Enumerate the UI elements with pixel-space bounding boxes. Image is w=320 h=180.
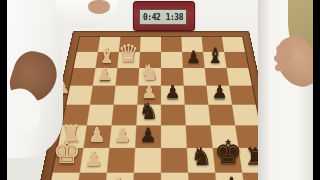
square-g3 [107,148,135,173]
square-c4 [138,68,161,86]
square-c2 [93,68,117,86]
square-h5 [161,173,189,180]
square-f4 [135,125,161,148]
square-h6 [188,173,218,180]
square-a1 [77,37,100,52]
square-e4 [136,105,161,126]
square-d6 [184,86,209,105]
square-a3 [119,37,141,52]
square-a4 [140,37,161,52]
square-b2 [95,52,118,68]
chess-board [33,31,288,180]
square-c5 [161,68,184,86]
square-f6 [186,125,213,148]
photo-chess-game-scene: 0:42 1:38 ♚♜♛♝♞♟♟♟♟♟♟♚♜♝♞♞♟♟♟♟♟♟ [0,0,320,180]
square-b6 [182,52,205,68]
square-a6 [181,37,203,52]
letterbox-bar-right [313,0,320,180]
square-e7 [208,105,235,126]
square-f2 [83,125,111,148]
square-a7 [202,37,225,52]
square-g4 [134,148,161,173]
square-d5 [161,86,185,105]
square-a5 [161,37,182,52]
left-player-far-hand [88,0,110,14]
square-g6 [187,148,215,173]
square-d2 [90,86,116,105]
square-a2 [98,37,121,52]
square-e1 [62,105,90,126]
square-b4 [139,52,161,68]
square-h1 [47,173,80,180]
square-h4 [133,173,161,180]
square-b5 [161,52,183,68]
clock-right-time: 1:38 [166,13,183,22]
chess-clock: 0:42 1:38 [133,1,195,31]
chess-clock-lcd: 0:42 1:38 [139,9,187,25]
square-d7 [206,86,232,105]
right-player-finger [275,64,291,72]
square-d4 [137,86,161,105]
square-g1 [53,148,84,173]
square-e3 [112,105,138,126]
square-e8 [232,105,260,126]
square-c1 [70,68,95,86]
square-e2 [87,105,114,126]
square-g2 [80,148,110,173]
square-c3 [116,68,140,86]
square-h3 [104,173,134,180]
square-g7 [213,148,243,173]
square-c8 [227,68,252,86]
square-b1 [74,52,98,68]
board-squares-grid [47,37,275,180]
square-d3 [114,86,139,105]
square-h2 [76,173,107,180]
square-c7 [205,68,229,86]
square-d8 [229,86,256,105]
square-f7 [210,125,238,148]
clock-left-time: 0:42 [143,13,160,22]
square-b8 [224,52,248,68]
square-e5 [161,105,186,126]
square-b3 [117,52,140,68]
square-b7 [203,52,226,68]
square-a8 [222,37,245,52]
square-d1 [66,86,93,105]
square-f1 [58,125,87,148]
square-f3 [109,125,136,148]
letterbox-bar-left [0,0,7,180]
square-f5 [161,125,187,148]
square-c6 [183,68,207,86]
square-g5 [161,148,188,173]
square-e6 [185,105,211,126]
